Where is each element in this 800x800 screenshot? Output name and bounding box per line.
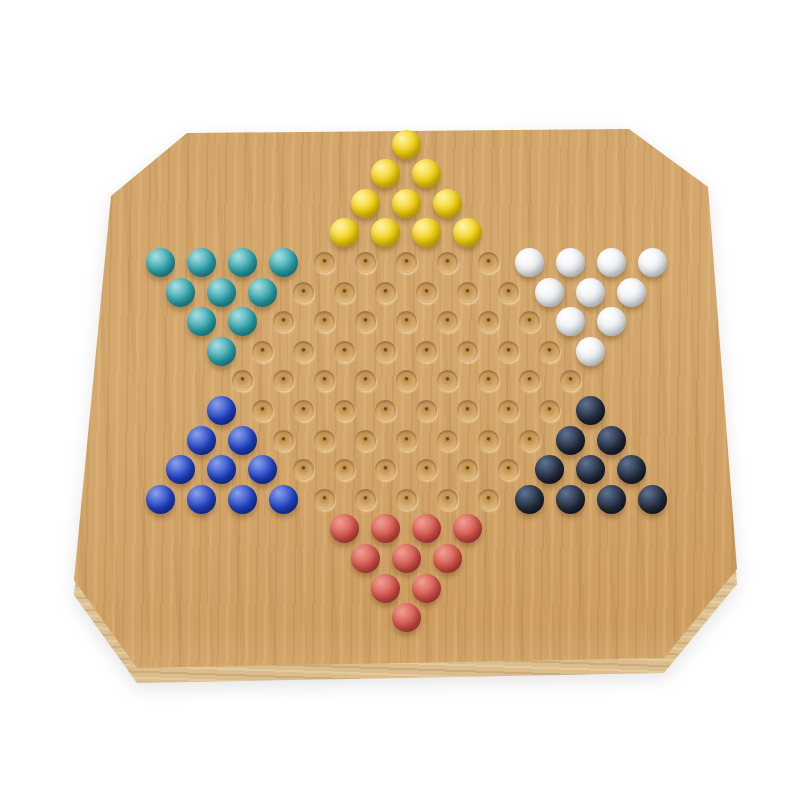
- marble-red[interactable]: [330, 514, 359, 543]
- marble-blue[interactable]: [228, 426, 257, 455]
- marble-teal[interactable]: [269, 248, 298, 277]
- marble-red[interactable]: [371, 574, 400, 603]
- marble-white[interactable]: [576, 278, 605, 307]
- marble-blue[interactable]: [187, 485, 216, 514]
- marble-teal[interactable]: [248, 278, 277, 307]
- marble-white[interactable]: [556, 248, 585, 277]
- marble-black[interactable]: [617, 455, 646, 484]
- marble-yellow[interactable]: [453, 218, 482, 247]
- marble-blue[interactable]: [166, 455, 195, 484]
- marble-black[interactable]: [597, 426, 626, 455]
- marble-black[interactable]: [597, 485, 626, 514]
- marble-yellow[interactable]: [371, 159, 400, 188]
- marble-teal[interactable]: [228, 248, 257, 277]
- marble-red[interactable]: [392, 544, 421, 573]
- marble-black[interactable]: [638, 485, 667, 514]
- marble-red[interactable]: [453, 514, 482, 543]
- marble-teal[interactable]: [228, 307, 257, 336]
- marble-blue[interactable]: [207, 455, 236, 484]
- marble-black[interactable]: [556, 426, 585, 455]
- marble-teal[interactable]: [166, 278, 195, 307]
- marble-yellow[interactable]: [392, 130, 421, 159]
- marble-blue[interactable]: [187, 426, 216, 455]
- marble-yellow[interactable]: [351, 189, 380, 218]
- marble-teal[interactable]: [187, 307, 216, 336]
- marble-teal[interactable]: [146, 248, 175, 277]
- marble-red[interactable]: [392, 603, 421, 632]
- marble-blue[interactable]: [207, 396, 236, 425]
- marble-red[interactable]: [412, 574, 441, 603]
- marble-white[interactable]: [576, 337, 605, 366]
- marble-blue[interactable]: [269, 485, 298, 514]
- photo-background: [0, 0, 800, 800]
- marble-white[interactable]: [597, 307, 626, 336]
- marble-yellow[interactable]: [371, 218, 400, 247]
- marble-black[interactable]: [576, 455, 605, 484]
- marble-white[interactable]: [617, 278, 646, 307]
- marble-teal[interactable]: [207, 337, 236, 366]
- marble-white[interactable]: [638, 248, 667, 277]
- marble-red[interactable]: [412, 514, 441, 543]
- marble-blue[interactable]: [146, 485, 175, 514]
- marble-teal[interactable]: [207, 278, 236, 307]
- marble-yellow[interactable]: [433, 189, 462, 218]
- marble-teal[interactable]: [187, 248, 216, 277]
- marble-red[interactable]: [371, 514, 400, 543]
- marble-white[interactable]: [597, 248, 626, 277]
- marble-white[interactable]: [515, 248, 544, 277]
- marble-white[interactable]: [556, 307, 585, 336]
- marble-white[interactable]: [535, 278, 564, 307]
- marble-blue[interactable]: [248, 455, 277, 484]
- marble-yellow[interactable]: [412, 218, 441, 247]
- marble-black[interactable]: [515, 485, 544, 514]
- marble-blue[interactable]: [228, 485, 257, 514]
- marble-black[interactable]: [535, 455, 564, 484]
- marble-yellow[interactable]: [392, 189, 421, 218]
- marble-black[interactable]: [556, 485, 585, 514]
- board: [0, 0, 800, 800]
- marble-yellow[interactable]: [330, 218, 359, 247]
- marble-red[interactable]: [433, 544, 462, 573]
- marble-red[interactable]: [351, 544, 380, 573]
- marble-yellow[interactable]: [412, 159, 441, 188]
- marble-black[interactable]: [576, 396, 605, 425]
- marbles-layer: [0, 0, 800, 800]
